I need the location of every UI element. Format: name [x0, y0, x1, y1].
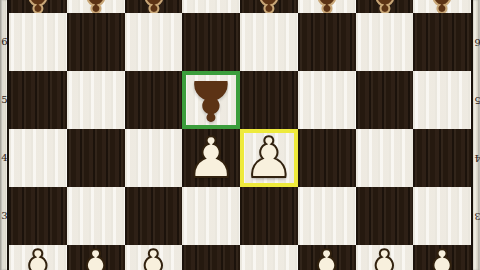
white-pawn-d4[interactable]: ♟ [182, 129, 240, 187]
white-pawn-b2[interactable]: ♟ [67, 242, 125, 270]
white-pawn-g2[interactable]: ♟ [356, 242, 414, 270]
square-e5[interactable] [240, 71, 298, 129]
square-e3[interactable] [240, 187, 298, 245]
rank-label-3-right: 3 [473, 209, 480, 223]
square-f3[interactable] [298, 187, 356, 245]
square-c7[interactable]: ♟ [125, 0, 183, 13]
white-pawn-e4[interactable]: ♟ [240, 129, 298, 187]
square-h4[interactable] [413, 129, 471, 187]
square-h5[interactable] [413, 71, 471, 129]
square-f2[interactable]: ♟ [298, 245, 356, 270]
rank-label-3-left: 3 [0, 209, 9, 223]
square-g3[interactable] [356, 187, 414, 245]
square-d5[interactable]: ♟ [182, 71, 240, 129]
rank-label-6-right: 6 [473, 35, 480, 49]
rank-label-5-left: 5 [0, 93, 9, 107]
square-g6[interactable] [356, 13, 414, 71]
white-pawn-f2[interactable]: ♟ [298, 242, 356, 270]
rank-label-4-right: 4 [473, 151, 480, 165]
square-b6[interactable] [67, 13, 125, 71]
square-a7[interactable]: ♟ [9, 0, 67, 13]
square-g4[interactable] [356, 129, 414, 187]
square-b5[interactable] [67, 71, 125, 129]
square-e4[interactable]: ♟ [240, 129, 298, 187]
square-a4[interactable] [9, 129, 67, 187]
square-h2[interactable]: ♟ [413, 245, 471, 270]
square-f7[interactable]: ♟ [298, 0, 356, 13]
black-pawn-d5-flipped[interactable]: ♟ [182, 71, 240, 129]
square-f5[interactable] [298, 71, 356, 129]
square-h7[interactable]: ♟ [413, 0, 471, 13]
square-f6[interactable] [298, 13, 356, 71]
square-e7[interactable]: ♟ [240, 0, 298, 13]
square-c4[interactable] [125, 129, 183, 187]
white-pawn-h2[interactable]: ♟ [413, 242, 471, 270]
square-b3[interactable] [67, 187, 125, 245]
square-f4[interactable] [298, 129, 356, 187]
square-c5[interactable] [125, 71, 183, 129]
chess-app-screenshot: ♟♟♟♟♟♟♟♟♟♟♟♟♟♟♟♟ 6543 6543 [0, 0, 480, 270]
square-c6[interactable] [125, 13, 183, 71]
square-c2[interactable]: ♟ [125, 245, 183, 270]
square-e6[interactable] [240, 13, 298, 71]
square-b7[interactable]: ♟ [67, 0, 125, 13]
white-pawn-c2[interactable]: ♟ [125, 242, 183, 270]
square-d6[interactable] [182, 13, 240, 71]
square-g7[interactable]: ♟ [356, 0, 414, 13]
square-b2[interactable]: ♟ [67, 245, 125, 270]
rank-label-5-right: 5 [473, 93, 480, 107]
square-a3[interactable] [9, 187, 67, 245]
square-h6[interactable] [413, 13, 471, 71]
rank-label-6-left: 6 [0, 35, 9, 49]
board-frame-left: 6543 [0, 0, 9, 270]
square-b4[interactable] [67, 129, 125, 187]
board-frame-right: 6543 [471, 0, 480, 270]
square-a6[interactable] [9, 13, 67, 71]
square-g5[interactable] [356, 71, 414, 129]
square-c3[interactable] [125, 187, 183, 245]
square-a2[interactable]: ♟ [9, 245, 67, 270]
square-d7[interactable] [182, 0, 240, 13]
board-grid: ♟♟♟♟♟♟♟♟♟♟♟♟♟♟♟♟ [9, 0, 471, 270]
square-e2[interactable] [240, 245, 298, 270]
square-d3[interactable] [182, 187, 240, 245]
rank-label-4-left: 4 [0, 151, 9, 165]
square-a5[interactable] [9, 71, 67, 129]
white-pawn-a2[interactable]: ♟ [9, 242, 67, 270]
square-d4[interactable]: ♟ [182, 129, 240, 187]
chess-board: ♟♟♟♟♟♟♟♟♟♟♟♟♟♟♟♟ [9, 0, 471, 270]
square-d2[interactable] [182, 245, 240, 270]
square-g2[interactable]: ♟ [356, 245, 414, 270]
square-h3[interactable] [413, 187, 471, 245]
